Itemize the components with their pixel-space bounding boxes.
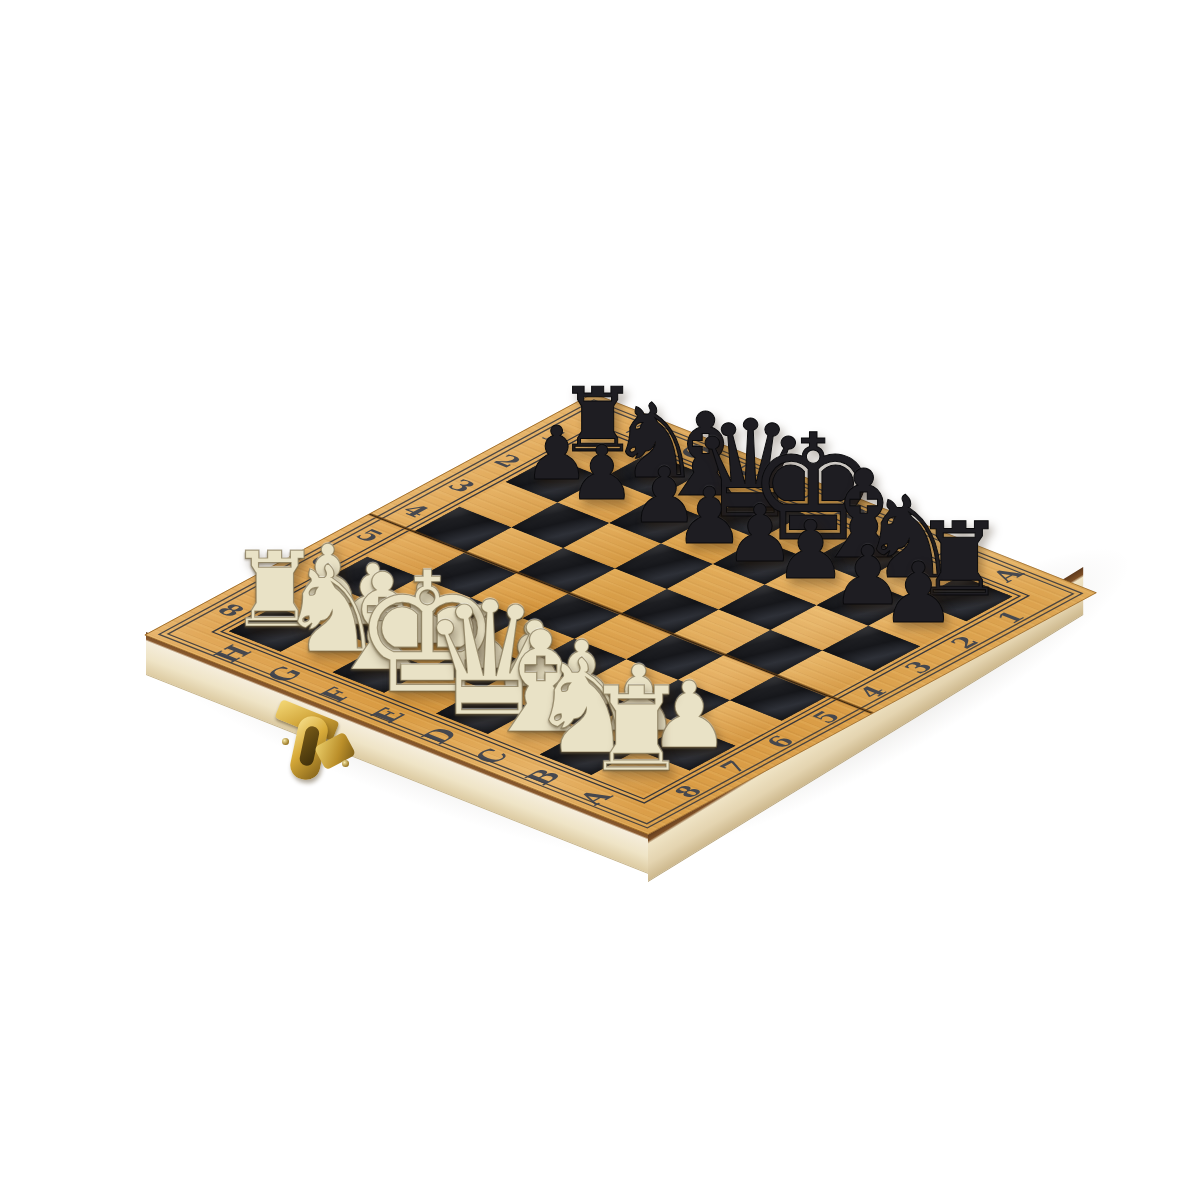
rank-label-6: 6 [762, 733, 800, 750]
file-label-G: G [674, 442, 718, 462]
file-label-H: H [208, 642, 257, 665]
rank-label-5: 5 [350, 527, 387, 545]
file-label-B: B [934, 544, 978, 564]
clasp-screw [342, 760, 349, 767]
rank-label-1: 1 [535, 427, 572, 445]
rank-label-7: 7 [715, 758, 753, 775]
rank-label-2: 2 [946, 634, 984, 651]
file-label-B: B [520, 766, 567, 787]
file-label-F: F [728, 463, 769, 482]
file-label-A: A [986, 565, 1028, 584]
rank-label-6: 6 [304, 552, 341, 570]
file-label-D: D [830, 503, 875, 523]
rank-label-8: 8 [212, 602, 249, 620]
file-label-G: G [261, 663, 308, 685]
rank-label-5: 5 [808, 709, 846, 726]
file-label-D: D [416, 725, 463, 747]
rank-label-7: 7 [258, 577, 295, 595]
brass-clasp [272, 694, 364, 798]
file-label-C: C [882, 524, 925, 544]
rank-label-4: 4 [397, 502, 434, 520]
rank-label-2: 2 [489, 452, 526, 470]
rank-label-1: 1 [992, 609, 1030, 626]
file-label-E: E [365, 705, 410, 725]
rank-label-3: 3 [443, 477, 480, 495]
file-label-A: A [572, 787, 617, 808]
rank-label-3: 3 [900, 659, 938, 676]
file-label-E: E [779, 483, 821, 502]
chess-set-photo-scene: 1122334455667788HHGGFFEEDDCCBBAA ♜♞♟♝♟♛♟… [0, 0, 1200, 1200]
clasp-screw [282, 738, 289, 745]
rank-label-4: 4 [854, 684, 892, 701]
file-label-C: C [469, 746, 515, 767]
file-label-H: H [622, 420, 668, 441]
rank-label-8: 8 [669, 783, 707, 800]
